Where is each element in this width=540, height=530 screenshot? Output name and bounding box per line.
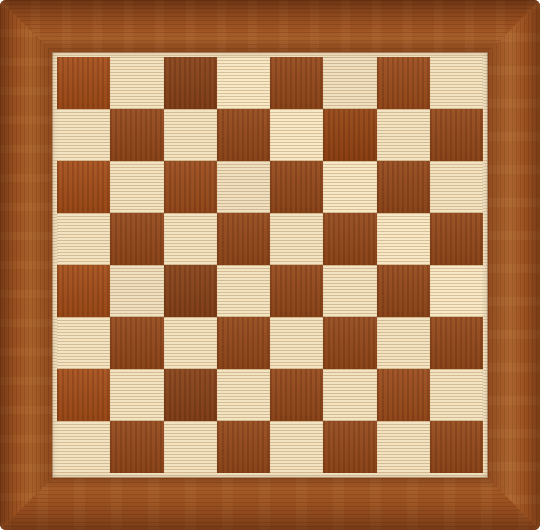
square-e8[interactable]	[270, 57, 323, 109]
square-h3[interactable]	[430, 317, 483, 369]
square-a7[interactable]	[57, 109, 110, 161]
square-c2[interactable]	[164, 369, 217, 421]
square-b1[interactable]	[110, 421, 163, 473]
chessboard-photo	[0, 0, 540, 530]
square-c6[interactable]	[164, 161, 217, 213]
square-a8[interactable]	[57, 57, 110, 109]
square-h4[interactable]	[430, 265, 483, 317]
square-f1[interactable]	[323, 421, 376, 473]
square-f6[interactable]	[323, 161, 376, 213]
square-g6[interactable]	[377, 161, 430, 213]
square-b8[interactable]	[110, 57, 163, 109]
square-d3[interactable]	[217, 317, 270, 369]
square-f4[interactable]	[323, 265, 376, 317]
square-g3[interactable]	[377, 317, 430, 369]
square-e5[interactable]	[270, 213, 323, 265]
board-frame-right	[488, 0, 540, 530]
square-e4[interactable]	[270, 265, 323, 317]
square-d7[interactable]	[217, 109, 270, 161]
square-a2[interactable]	[57, 369, 110, 421]
square-e6[interactable]	[270, 161, 323, 213]
board-grid	[57, 57, 483, 473]
square-e7[interactable]	[270, 109, 323, 161]
board-frame-bottom	[0, 478, 540, 530]
square-f8[interactable]	[323, 57, 376, 109]
square-c1[interactable]	[164, 421, 217, 473]
square-g1[interactable]	[377, 421, 430, 473]
board-frame-left	[0, 0, 52, 530]
board-inlay-border	[52, 52, 488, 478]
square-b7[interactable]	[110, 109, 163, 161]
square-b6[interactable]	[110, 161, 163, 213]
square-e1[interactable]	[270, 421, 323, 473]
square-a6[interactable]	[57, 161, 110, 213]
square-d5[interactable]	[217, 213, 270, 265]
square-h7[interactable]	[430, 109, 483, 161]
square-h8[interactable]	[430, 57, 483, 109]
square-h6[interactable]	[430, 161, 483, 213]
square-c4[interactable]	[164, 265, 217, 317]
square-g2[interactable]	[377, 369, 430, 421]
square-a3[interactable]	[57, 317, 110, 369]
board-frame-top	[0, 0, 540, 52]
square-a1[interactable]	[57, 421, 110, 473]
square-d6[interactable]	[217, 161, 270, 213]
square-f7[interactable]	[323, 109, 376, 161]
square-c3[interactable]	[164, 317, 217, 369]
square-h5[interactable]	[430, 213, 483, 265]
square-d2[interactable]	[217, 369, 270, 421]
square-c7[interactable]	[164, 109, 217, 161]
square-b3[interactable]	[110, 317, 163, 369]
square-b5[interactable]	[110, 213, 163, 265]
square-a5[interactable]	[57, 213, 110, 265]
square-g7[interactable]	[377, 109, 430, 161]
square-a4[interactable]	[57, 265, 110, 317]
square-f5[interactable]	[323, 213, 376, 265]
square-b2[interactable]	[110, 369, 163, 421]
square-g5[interactable]	[377, 213, 430, 265]
square-e3[interactable]	[270, 317, 323, 369]
square-f3[interactable]	[323, 317, 376, 369]
square-d4[interactable]	[217, 265, 270, 317]
square-g4[interactable]	[377, 265, 430, 317]
square-f2[interactable]	[323, 369, 376, 421]
square-d1[interactable]	[217, 421, 270, 473]
square-c8[interactable]	[164, 57, 217, 109]
square-c5[interactable]	[164, 213, 217, 265]
square-h2[interactable]	[430, 369, 483, 421]
square-d8[interactable]	[217, 57, 270, 109]
square-e2[interactable]	[270, 369, 323, 421]
square-g8[interactable]	[377, 57, 430, 109]
square-b4[interactable]	[110, 265, 163, 317]
square-h1[interactable]	[430, 421, 483, 473]
chessboard	[0, 0, 540, 530]
